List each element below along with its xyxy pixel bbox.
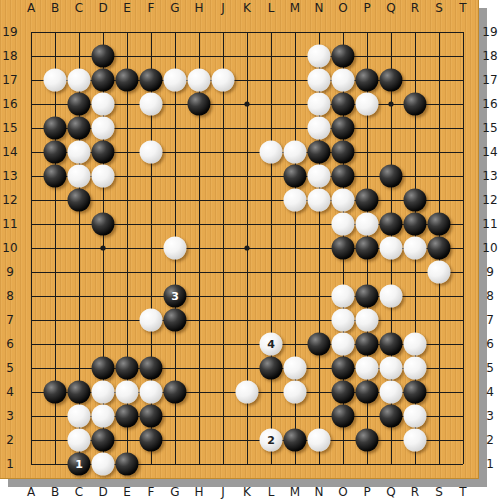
coord-label-top-N: N	[308, 1, 330, 15]
stone-white-L6: 4	[260, 333, 283, 356]
stone-white-O7	[332, 309, 355, 332]
stone-white-N2	[308, 429, 331, 452]
coord-label-top-O: O	[332, 1, 354, 15]
stone-black-G8: 3	[164, 285, 187, 308]
stone-white-O8	[332, 285, 355, 308]
stone-black-M13	[284, 165, 307, 188]
stone-white-R6	[404, 333, 427, 356]
stone-black-Q11	[380, 213, 403, 236]
stone-black-N14	[308, 141, 331, 164]
stone-white-F4	[140, 381, 163, 404]
coord-label-right-16: 16	[479, 97, 500, 111]
move-number-2: 2	[267, 435, 275, 446]
stone-white-F7	[140, 309, 163, 332]
stone-black-R16	[404, 93, 427, 116]
stone-white-Q8	[380, 285, 403, 308]
coord-label-top-S: S	[428, 1, 450, 15]
stone-black-Q3	[380, 405, 403, 428]
coord-label-right-9: 9	[479, 265, 500, 279]
stone-black-P2	[356, 429, 379, 452]
coord-label-left-3: 3	[0, 409, 21, 423]
coord-label-top-B: B	[44, 1, 66, 15]
stone-black-B13	[44, 165, 67, 188]
coord-label-right-18: 18	[479, 49, 500, 63]
coord-label-right-15: 15	[479, 121, 500, 135]
coord-label-bottom-E: E	[116, 485, 138, 499]
coord-label-top-H: H	[188, 1, 210, 15]
stone-black-P17	[356, 69, 379, 92]
star-point-K16	[244, 101, 249, 106]
stone-black-O5	[332, 357, 355, 380]
coord-label-left-19: 19	[0, 25, 21, 39]
stone-white-Q10	[380, 237, 403, 260]
coord-label-left-17: 17	[0, 73, 21, 87]
stone-black-O3	[332, 405, 355, 428]
stone-black-P8	[356, 285, 379, 308]
stone-black-F2	[140, 429, 163, 452]
stone-black-D2	[92, 429, 115, 452]
coord-label-right-12: 12	[479, 193, 500, 207]
coord-label-bottom-H: H	[188, 485, 210, 499]
stone-black-Q17	[380, 69, 403, 92]
stone-white-Q5	[380, 357, 403, 380]
stone-black-C16	[68, 93, 91, 116]
coord-label-bottom-N: N	[308, 485, 330, 499]
coord-label-top-K: K	[236, 1, 258, 15]
star-point-Q16	[388, 101, 393, 106]
stone-white-R2	[404, 429, 427, 452]
coord-label-bottom-F: F	[140, 485, 162, 499]
stone-black-M2	[284, 429, 307, 452]
stone-white-B17	[44, 69, 67, 92]
stone-white-C3	[68, 405, 91, 428]
coord-label-top-C: C	[68, 1, 90, 15]
stone-white-O17	[332, 69, 355, 92]
stone-black-E1	[116, 453, 139, 476]
stone-black-Q6	[380, 333, 403, 356]
stone-white-N12	[308, 189, 331, 212]
coord-label-bottom-M: M	[284, 485, 306, 499]
coord-label-left-14: 14	[0, 145, 21, 159]
stone-white-P11	[356, 213, 379, 236]
coord-label-bottom-L: L	[260, 485, 282, 499]
coord-label-bottom-Q: Q	[380, 485, 402, 499]
coord-label-bottom-R: R	[404, 485, 426, 499]
coord-label-right-14: 14	[479, 145, 500, 159]
coord-label-right-13: 13	[479, 169, 500, 183]
coord-label-left-16: 16	[0, 97, 21, 111]
coord-label-right-6: 6	[479, 337, 500, 351]
coord-label-right-2: 2	[479, 433, 500, 447]
coord-label-top-D: D	[92, 1, 114, 15]
stone-white-S9	[428, 261, 451, 284]
coord-label-top-A: A	[20, 1, 42, 15]
star-point-D10	[100, 245, 105, 250]
coord-label-bottom-D: D	[92, 485, 114, 499]
stone-white-H17	[188, 69, 211, 92]
stone-black-P4	[356, 381, 379, 404]
coord-label-right-11: 11	[479, 217, 500, 231]
stone-white-K4	[236, 381, 259, 404]
stone-white-P16	[356, 93, 379, 116]
stone-white-G10	[164, 237, 187, 260]
stone-black-P10	[356, 237, 379, 260]
stone-black-P12	[356, 189, 379, 212]
coord-label-top-J: J	[212, 1, 234, 15]
stone-black-O18	[332, 45, 355, 68]
coord-label-left-5: 5	[0, 361, 21, 375]
coord-label-right-7: 7	[479, 313, 500, 327]
stone-black-B14	[44, 141, 67, 164]
stone-white-D4	[92, 381, 115, 404]
stone-white-D16	[92, 93, 115, 116]
stone-black-D5	[92, 357, 115, 380]
stone-white-L14	[260, 141, 283, 164]
coord-label-left-7: 7	[0, 313, 21, 327]
stone-black-C12	[68, 189, 91, 212]
stone-white-C13	[68, 165, 91, 188]
stone-black-N6	[308, 333, 331, 356]
stone-white-F14	[140, 141, 163, 164]
move-number-4: 4	[267, 339, 275, 350]
stone-white-P7	[356, 309, 379, 332]
coord-label-top-T: T	[452, 1, 474, 15]
coord-label-left-15: 15	[0, 121, 21, 135]
coord-label-left-9: 9	[0, 265, 21, 279]
stone-white-R5	[404, 357, 427, 380]
coord-label-bottom-S: S	[428, 485, 450, 499]
coord-label-top-G: G	[164, 1, 186, 15]
stone-black-B15	[44, 117, 67, 140]
stone-black-D11	[92, 213, 115, 236]
stone-black-E17	[116, 69, 139, 92]
coord-label-left-8: 8	[0, 289, 21, 303]
coord-label-top-M: M	[284, 1, 306, 15]
coord-label-right-17: 17	[479, 73, 500, 87]
stone-black-O16	[332, 93, 355, 116]
stone-black-C1: 1	[68, 453, 91, 476]
stone-white-C14	[68, 141, 91, 164]
stone-white-R10	[404, 237, 427, 260]
stone-white-E4	[116, 381, 139, 404]
stone-white-M5	[284, 357, 307, 380]
stone-white-D3	[92, 405, 115, 428]
coord-label-left-6: 6	[0, 337, 21, 351]
stone-black-B4	[44, 381, 67, 404]
coord-label-right-8: 8	[479, 289, 500, 303]
coord-label-left-11: 11	[0, 217, 21, 231]
coord-label-right-1: 1	[479, 457, 500, 471]
stone-black-O13	[332, 165, 355, 188]
stone-white-N16	[308, 93, 331, 116]
stone-black-D14	[92, 141, 115, 164]
stone-white-G17	[164, 69, 187, 92]
coord-label-bottom-C: C	[68, 485, 90, 499]
stone-white-N18	[308, 45, 331, 68]
stone-black-O10	[332, 237, 355, 260]
stone-black-Q13	[380, 165, 403, 188]
move-number-1: 1	[75, 459, 83, 470]
stone-black-F3	[140, 405, 163, 428]
coord-label-bottom-G: G	[164, 485, 186, 499]
stone-black-D17	[92, 69, 115, 92]
stone-white-D15	[92, 117, 115, 140]
stone-white-M12	[284, 189, 307, 212]
stone-black-O4	[332, 381, 355, 404]
coord-label-right-4: 4	[479, 385, 500, 399]
stone-black-L5	[260, 357, 283, 380]
coord-label-right-19: 19	[479, 25, 500, 39]
stone-white-M14	[284, 141, 307, 164]
coord-label-top-E: E	[116, 1, 138, 15]
stone-white-N17	[308, 69, 331, 92]
coord-label-bottom-B: B	[44, 485, 66, 499]
stone-black-C15	[68, 117, 91, 140]
stone-white-D1	[92, 453, 115, 476]
stone-black-P6	[356, 333, 379, 356]
stone-white-J17	[212, 69, 235, 92]
stone-black-H16	[188, 93, 211, 116]
stone-black-G4	[164, 381, 187, 404]
stone-white-D13	[92, 165, 115, 188]
coord-label-left-1: 1	[0, 457, 21, 471]
stone-white-F16	[140, 93, 163, 116]
stone-white-R3	[404, 405, 427, 428]
coord-label-left-18: 18	[0, 49, 21, 63]
coord-label-top-L: L	[260, 1, 282, 15]
stone-white-O6	[332, 333, 355, 356]
coord-label-left-12: 12	[0, 193, 21, 207]
coord-label-top-F: F	[140, 1, 162, 15]
coord-label-bottom-K: K	[236, 485, 258, 499]
stone-black-R4	[404, 381, 427, 404]
coord-label-bottom-A: A	[20, 485, 42, 499]
stone-white-L2: 2	[260, 429, 283, 452]
stone-white-C2	[68, 429, 91, 452]
stone-white-M4	[284, 381, 307, 404]
stone-black-E3	[116, 405, 139, 428]
stone-black-G7	[164, 309, 187, 332]
coord-label-bottom-J: J	[212, 485, 234, 499]
stone-black-F17	[140, 69, 163, 92]
coord-label-left-10: 10	[0, 241, 21, 255]
stone-white-P5	[356, 357, 379, 380]
coord-label-left-13: 13	[0, 169, 21, 183]
stone-white-O12	[332, 189, 355, 212]
stone-white-O11	[332, 213, 355, 236]
stone-black-O14	[332, 141, 355, 164]
coord-label-bottom-O: O	[332, 485, 354, 499]
coord-label-top-Q: Q	[380, 1, 402, 15]
move-number-3: 3	[171, 291, 179, 302]
stone-white-N13	[308, 165, 331, 188]
stone-white-Q4	[380, 381, 403, 404]
stone-white-C17	[68, 69, 91, 92]
coord-label-top-P: P	[356, 1, 378, 15]
stone-black-D18	[92, 45, 115, 68]
coord-label-left-2: 2	[0, 433, 21, 447]
stone-black-R12	[404, 189, 427, 212]
stone-black-R11	[404, 213, 427, 236]
coord-label-right-5: 5	[479, 361, 500, 375]
coord-label-bottom-P: P	[356, 485, 378, 499]
stone-black-S10	[428, 237, 451, 260]
stone-white-N15	[308, 117, 331, 140]
stone-black-F5	[140, 357, 163, 380]
stone-black-S11	[428, 213, 451, 236]
coord-label-right-3: 3	[479, 409, 500, 423]
coord-label-right-10: 10	[479, 241, 500, 255]
go-diagram: AABBCCDDEEFFGGHHJJKKLLMMNNOOPPQQRRSSTT19…	[0, 0, 500, 500]
coord-label-top-R: R	[404, 1, 426, 15]
stone-black-O15	[332, 117, 355, 140]
coord-label-bottom-T: T	[452, 485, 474, 499]
stone-black-C4	[68, 381, 91, 404]
coord-label-left-4: 4	[0, 385, 21, 399]
star-point-K10	[244, 245, 249, 250]
stone-black-E5	[116, 357, 139, 380]
